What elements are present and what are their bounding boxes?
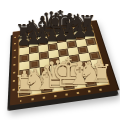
product-photo-stage: ♜♞♝♛♚♝♞♜♟♟♟♟♟♟♟♟♟♟♟♟♟♟♟♟♜♞♝♛♚♝♞♜ bbox=[0, 0, 120, 120]
square-c1 bbox=[41, 83, 53, 94]
square-b1 bbox=[30, 84, 41, 95]
chess-board bbox=[11, 9, 107, 105]
board-3d-projection bbox=[10, 20, 120, 106]
rank-coordinate-marks bbox=[12, 37, 16, 97]
square-h1 bbox=[95, 75, 108, 85]
playing-field bbox=[19, 26, 108, 97]
square-a1 bbox=[19, 86, 30, 97]
